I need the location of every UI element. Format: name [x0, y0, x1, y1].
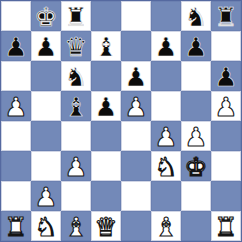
square-c7[interactable]: ♛	[61, 31, 91, 61]
square-g6[interactable]	[181, 61, 211, 91]
square-b5[interactable]	[31, 91, 61, 121]
square-a5[interactable]: ♟	[1, 91, 31, 121]
square-g4[interactable]: ♟	[181, 121, 211, 151]
square-c8[interactable]: ♜	[61, 1, 91, 31]
piece-black-knight-c6[interactable]: ♞	[64, 64, 87, 90]
piece-white-rook-a1[interactable]: ♜	[4, 214, 27, 240]
square-d2[interactable]	[91, 181, 121, 211]
square-g2[interactable]	[181, 181, 211, 211]
square-c4[interactable]	[61, 121, 91, 151]
square-c2[interactable]	[61, 181, 91, 211]
piece-white-king-g3[interactable]: ♚	[184, 154, 207, 180]
piece-black-bishop-c5[interactable]: ♝	[64, 94, 87, 120]
square-c1[interactable]: ♝	[61, 211, 91, 241]
square-a1[interactable]: ♜	[1, 211, 31, 241]
square-f8[interactable]	[151, 1, 181, 31]
square-e4[interactable]	[121, 121, 151, 151]
square-b1[interactable]: ♞	[31, 211, 61, 241]
square-c6[interactable]: ♞	[61, 61, 91, 91]
square-a6[interactable]	[1, 61, 31, 91]
square-f7[interactable]: ♟	[151, 31, 181, 61]
piece-white-rook-h1[interactable]: ♜	[214, 214, 237, 240]
square-e3[interactable]	[121, 151, 151, 181]
square-d1[interactable]: ♛	[91, 211, 121, 241]
square-e2[interactable]	[121, 181, 151, 211]
square-d8[interactable]	[91, 1, 121, 31]
piece-black-pawn-g7[interactable]: ♟	[184, 34, 207, 60]
square-f4[interactable]: ♟	[151, 121, 181, 151]
piece-white-pawn-h5[interactable]: ♟	[214, 94, 237, 120]
square-d6[interactable]	[91, 61, 121, 91]
piece-black-rook-h8[interactable]: ♜	[214, 4, 237, 30]
piece-white-pawn-g4[interactable]: ♟	[184, 124, 207, 150]
square-d7[interactable]: ♝	[91, 31, 121, 61]
piece-black-king-b8[interactable]: ♚	[34, 4, 57, 30]
square-b6[interactable]	[31, 61, 61, 91]
square-e6[interactable]: ♟	[121, 61, 151, 91]
piece-black-pawn-f7[interactable]: ♟	[154, 34, 177, 60]
piece-white-knight-f3[interactable]: ♞	[154, 154, 177, 180]
chess-board-wrap: ♚♜♞♜♟♟♛♝♟♟♞♟♟♟♝♟♟♟♟♟♟♞♚♟♜♞♝♛♝♜	[0, 0, 242, 242]
piece-white-bishop-f1[interactable]: ♝	[154, 214, 177, 240]
square-e5[interactable]: ♟	[121, 91, 151, 121]
square-h1[interactable]: ♜	[211, 211, 241, 241]
piece-white-pawn-c3[interactable]: ♟	[64, 154, 87, 180]
square-a7[interactable]: ♟	[1, 31, 31, 61]
piece-black-pawn-d5[interactable]: ♟	[94, 94, 117, 120]
piece-black-pawn-e6[interactable]: ♟	[124, 64, 147, 90]
square-b7[interactable]: ♟	[31, 31, 61, 61]
square-f6[interactable]	[151, 61, 181, 91]
square-h7[interactable]	[211, 31, 241, 61]
piece-black-pawn-a7[interactable]: ♟	[4, 34, 27, 60]
square-f1[interactable]: ♝	[151, 211, 181, 241]
piece-black-bishop-d7[interactable]: ♝	[94, 34, 117, 60]
square-f3[interactable]: ♞	[151, 151, 181, 181]
square-b8[interactable]: ♚	[31, 1, 61, 31]
square-h5[interactable]: ♟	[211, 91, 241, 121]
square-d3[interactable]	[91, 151, 121, 181]
square-c3[interactable]: ♟	[61, 151, 91, 181]
square-b3[interactable]	[31, 151, 61, 181]
square-h8[interactable]: ♜	[211, 1, 241, 31]
square-e8[interactable]	[121, 1, 151, 31]
piece-white-pawn-f4[interactable]: ♟	[154, 124, 177, 150]
square-h2[interactable]	[211, 181, 241, 211]
chess-board: ♚♜♞♜♟♟♛♝♟♟♞♟♟♟♝♟♟♟♟♟♟♞♚♟♜♞♝♛♝♜	[0, 0, 242, 242]
square-e7[interactable]	[121, 31, 151, 61]
square-h3[interactable]	[211, 151, 241, 181]
piece-black-knight-g8[interactable]: ♞	[184, 4, 207, 30]
piece-white-pawn-b2[interactable]: ♟	[34, 184, 57, 210]
square-f5[interactable]	[151, 91, 181, 121]
piece-black-queen-c7[interactable]: ♛	[64, 34, 87, 60]
piece-white-pawn-e5[interactable]: ♟	[124, 94, 147, 120]
square-g5[interactable]	[181, 91, 211, 121]
piece-white-queen-d1[interactable]: ♛	[94, 214, 117, 240]
square-h4[interactable]	[211, 121, 241, 151]
square-g8[interactable]: ♞	[181, 1, 211, 31]
square-c5[interactable]: ♝	[61, 91, 91, 121]
square-b4[interactable]	[31, 121, 61, 151]
square-g1[interactable]	[181, 211, 211, 241]
square-h6[interactable]: ♟	[211, 61, 241, 91]
square-d4[interactable]	[91, 121, 121, 151]
piece-white-pawn-a5[interactable]: ♟	[4, 94, 27, 120]
square-a2[interactable]	[1, 181, 31, 211]
square-f2[interactable]	[151, 181, 181, 211]
piece-black-rook-c8[interactable]: ♜	[64, 4, 87, 30]
square-a4[interactable]	[1, 121, 31, 151]
piece-white-bishop-c1[interactable]: ♝	[64, 214, 87, 240]
square-d5[interactable]: ♟	[91, 91, 121, 121]
square-b2[interactable]: ♟	[31, 181, 61, 211]
piece-black-pawn-h6[interactable]: ♟	[214, 64, 237, 90]
square-a8[interactable]	[1, 1, 31, 31]
piece-white-knight-b1[interactable]: ♞	[34, 214, 57, 240]
square-g3[interactable]: ♚	[181, 151, 211, 181]
square-a3[interactable]	[1, 151, 31, 181]
piece-black-pawn-b7[interactable]: ♟	[34, 34, 57, 60]
square-e1[interactable]	[121, 211, 151, 241]
square-g7[interactable]: ♟	[181, 31, 211, 61]
